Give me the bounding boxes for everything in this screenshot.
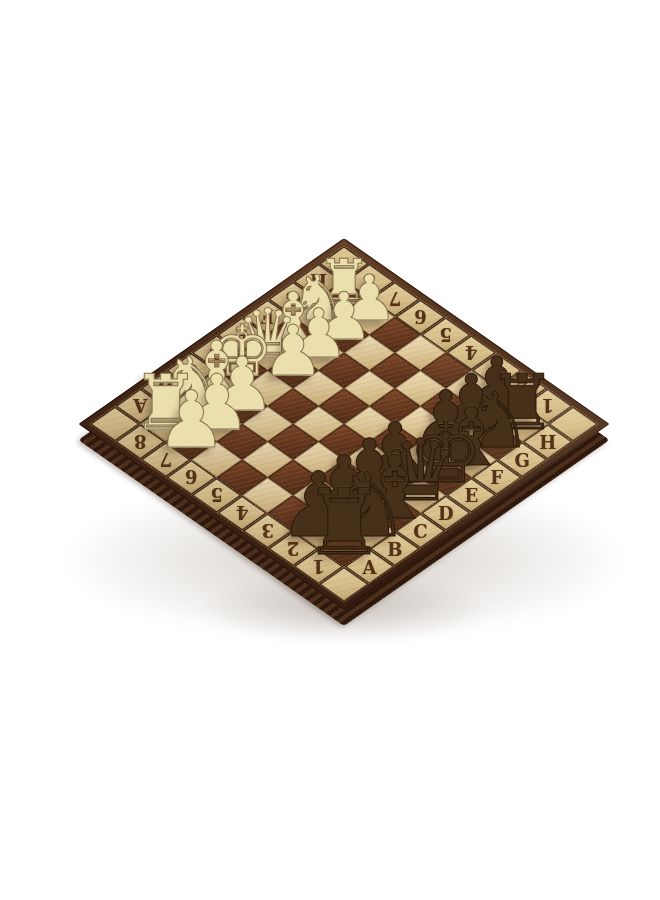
square-a7[interactable]: ♟: [166, 424, 217, 460]
piece-white-pawn-e7[interactable]: ♟: [275, 333, 311, 369]
piece-black-rook-a1[interactable]: ♜: [326, 505, 362, 541]
product-photo-stage: 87654321H♜♟♟♜HG♞♟♟♞GF♝♟♟♝FE♛♟♚ED♚♟♛DC♝♟♟…: [0, 0, 660, 900]
square-a1[interactable]: ♜: [319, 531, 370, 567]
piece-white-pawn-a7[interactable]: ♟: [173, 402, 209, 438]
